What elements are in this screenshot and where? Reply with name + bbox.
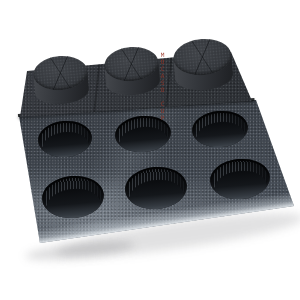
cavity-row3-col1	[40, 173, 105, 220]
cavity-row2-col3	[191, 109, 250, 150]
watermark-text: MOCASO CUP	[159, 51, 166, 109]
cavity-row3-col3	[208, 156, 271, 201]
flap-crease	[93, 58, 100, 114]
raised-cylinder-2	[103, 45, 161, 98]
tray-left-edge-highlight	[10, 116, 40, 245]
flap-crease	[165, 50, 173, 108]
cavity-row2-col1	[37, 119, 94, 160]
product-photo: MOCASO CUP	[0, 0, 300, 300]
raised-cylinder-3	[172, 37, 234, 93]
raised-cylinder-1	[32, 54, 90, 107]
cavity-row3-col2	[123, 164, 188, 211]
